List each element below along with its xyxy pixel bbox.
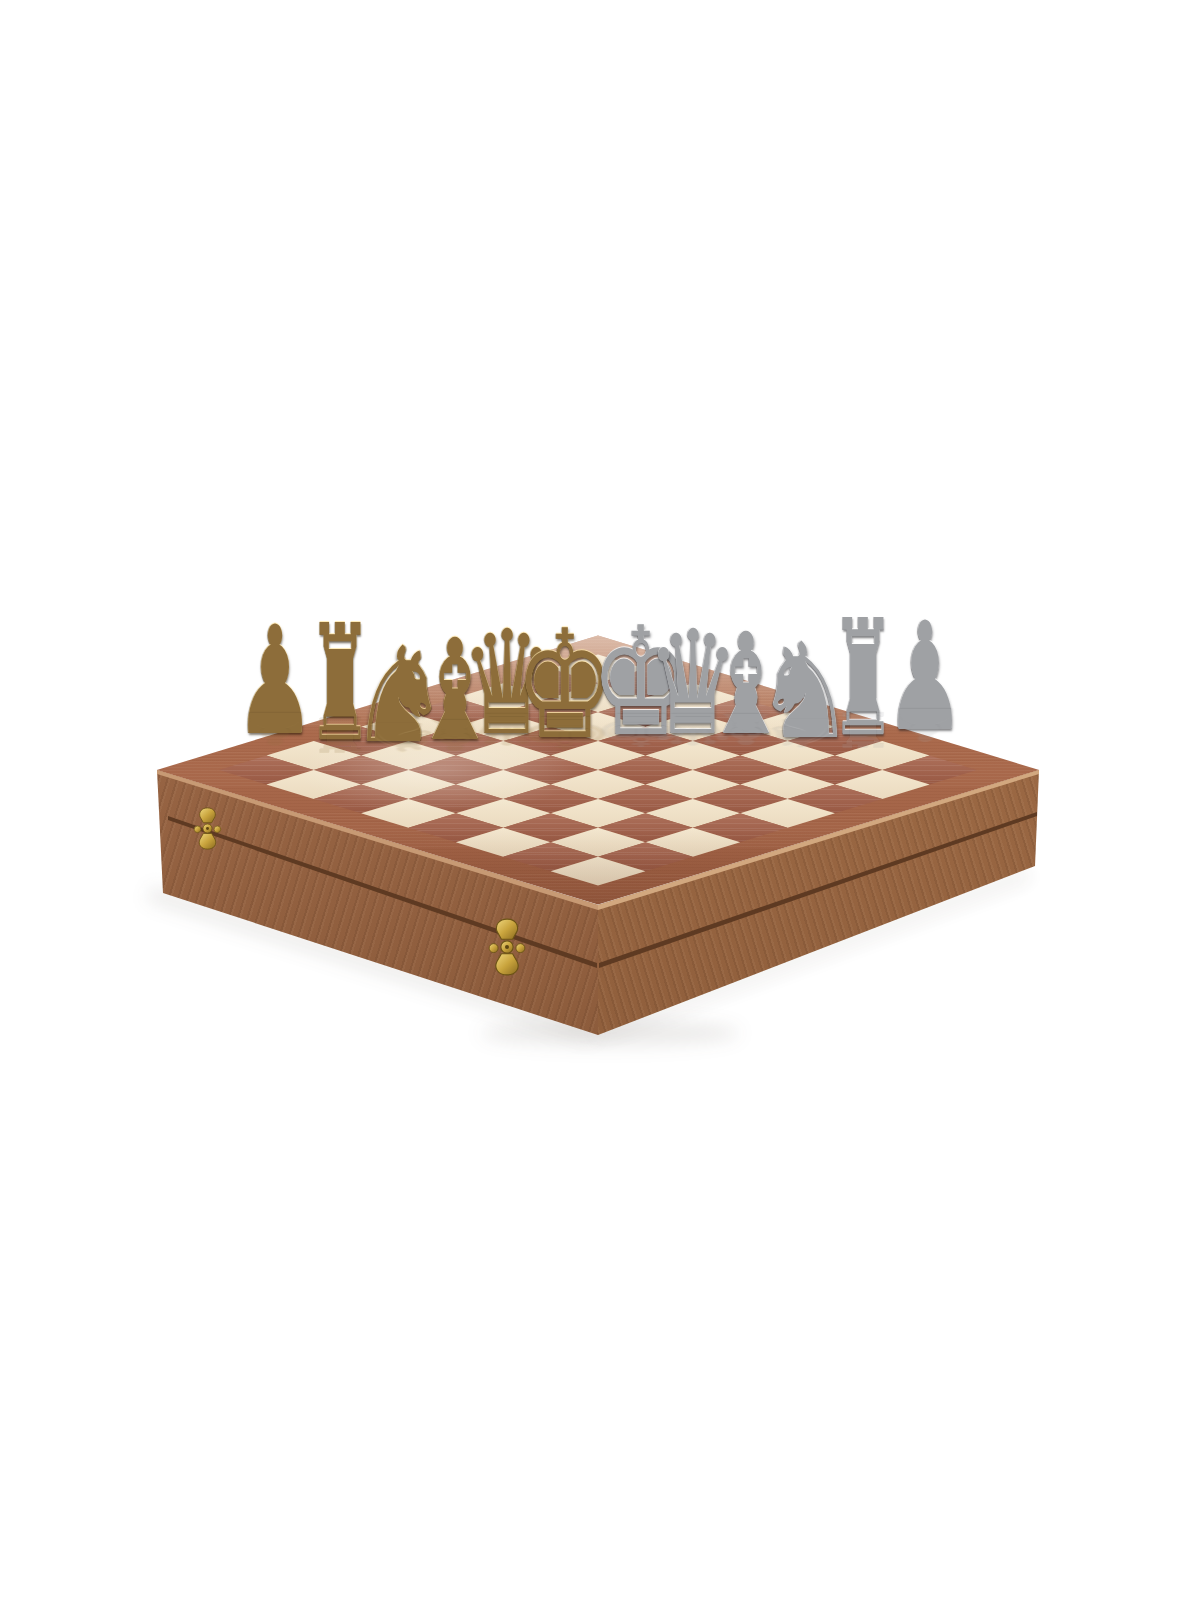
piece-pewter-pawn: ♟♟ xyxy=(858,606,992,749)
chessmen-display-row: ♟♟♜♜♞♞♝♝♛♛♚♚♚♚♛♛♝♝♞♞♜♜♟♟ xyxy=(0,0,1200,1600)
chess-case-product-photo: ♟♟♜♜♞♞♝♝♛♛♚♚♚♚♛♛♝♝♞♞♜♜♟♟ xyxy=(0,0,1200,1600)
